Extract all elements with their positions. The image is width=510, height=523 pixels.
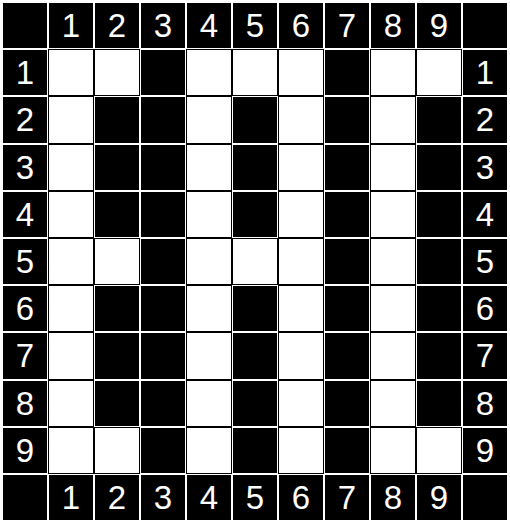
- col-label-bottom-7: 7: [324, 474, 370, 521]
- cell-r3c2-black: [94, 144, 140, 191]
- cell-r2c9-black: [416, 96, 462, 143]
- cell-r9c4-white[interactable]: [186, 427, 232, 474]
- cell-r2c4-white[interactable]: [186, 96, 232, 143]
- cell-r4c7-black: [324, 191, 370, 238]
- cell-r1c8-white[interactable]: [370, 49, 416, 96]
- col-label-top-5: 5: [232, 2, 278, 49]
- cell-r8c6-white[interactable]: [278, 380, 324, 427]
- cell-r5c5-white[interactable]: [232, 238, 278, 285]
- col-label-bottom-9: 9: [416, 474, 462, 521]
- row-label-right-8: 8: [462, 380, 508, 427]
- cell-r6c8-white[interactable]: [370, 285, 416, 332]
- cell-r4c1-white[interactable]: [48, 191, 94, 238]
- cell-r9c6-white[interactable]: [278, 427, 324, 474]
- cell-r9c3-black: [140, 427, 186, 474]
- cell-r5c7-black: [324, 238, 370, 285]
- cell-r8c3-black: [140, 380, 186, 427]
- cell-r4c2-black: [94, 191, 140, 238]
- col-label-bottom-5: 5: [232, 474, 278, 521]
- cell-r6c9-black: [416, 285, 462, 332]
- cell-r2c5-black: [232, 96, 278, 143]
- cell-r9c8-white[interactable]: [370, 427, 416, 474]
- cell-r5c2-white[interactable]: [94, 238, 140, 285]
- row-label-right-3: 3: [462, 144, 508, 191]
- col-label-top-1: 1: [48, 2, 94, 49]
- cell-r6c4-white[interactable]: [186, 285, 232, 332]
- cell-r8c4-white[interactable]: [186, 380, 232, 427]
- row-label-left-5: 5: [2, 238, 48, 285]
- cell-r3c3-black: [140, 144, 186, 191]
- col-label-bottom-1: 1: [48, 474, 94, 521]
- cell-r3c4-white[interactable]: [186, 144, 232, 191]
- cell-r2c7-black: [324, 96, 370, 143]
- cell-r2c2-black: [94, 96, 140, 143]
- corner-bottom-left: [2, 474, 48, 521]
- cell-r3c9-black: [416, 144, 462, 191]
- cell-r9c9-white[interactable]: [416, 427, 462, 474]
- cell-r5c1-white[interactable]: [48, 238, 94, 285]
- cell-r1c2-white[interactable]: [94, 49, 140, 96]
- row-label-left-4: 4: [2, 191, 48, 238]
- cell-r1c4-white[interactable]: [186, 49, 232, 96]
- cell-r4c9-black: [416, 191, 462, 238]
- cell-r3c8-white[interactable]: [370, 144, 416, 191]
- row-label-left-3: 3: [2, 144, 48, 191]
- corner-top-left: [2, 2, 48, 49]
- cell-r7c5-black: [232, 332, 278, 379]
- row-label-left-1: 1: [2, 49, 48, 96]
- cell-r1c3-black: [140, 49, 186, 96]
- cell-r4c8-white[interactable]: [370, 191, 416, 238]
- cell-r7c8-white[interactable]: [370, 332, 416, 379]
- row-label-right-2: 2: [462, 96, 508, 143]
- cell-r1c7-black: [324, 49, 370, 96]
- cell-r3c7-black: [324, 144, 370, 191]
- cell-r6c3-black: [140, 285, 186, 332]
- row-label-right-5: 5: [462, 238, 508, 285]
- corner-bottom-right: [462, 474, 508, 521]
- col-label-bottom-3: 3: [140, 474, 186, 521]
- cell-r7c7-black: [324, 332, 370, 379]
- cell-r5c4-white[interactable]: [186, 238, 232, 285]
- cell-r4c3-black: [140, 191, 186, 238]
- cell-r9c5-black: [232, 427, 278, 474]
- cell-r9c7-black: [324, 427, 370, 474]
- cell-r6c7-black: [324, 285, 370, 332]
- col-label-bottom-6: 6: [278, 474, 324, 521]
- cell-r7c2-black: [94, 332, 140, 379]
- row-label-left-7: 7: [2, 332, 48, 379]
- cell-r7c6-white[interactable]: [278, 332, 324, 379]
- cell-r3c1-white[interactable]: [48, 144, 94, 191]
- row-label-left-8: 8: [2, 380, 48, 427]
- col-label-bottom-8: 8: [370, 474, 416, 521]
- cell-r9c1-white[interactable]: [48, 427, 94, 474]
- cell-r2c6-white[interactable]: [278, 96, 324, 143]
- row-label-right-6: 6: [462, 285, 508, 332]
- row-label-right-7: 7: [462, 332, 508, 379]
- col-label-bottom-4: 4: [186, 474, 232, 521]
- cell-r6c1-white[interactable]: [48, 285, 94, 332]
- cell-r1c1-white[interactable]: [48, 49, 94, 96]
- cell-r2c3-black: [140, 96, 186, 143]
- row-label-right-9: 9: [462, 427, 508, 474]
- cell-r1c5-white[interactable]: [232, 49, 278, 96]
- corner-top-right: [462, 2, 508, 49]
- row-label-left-6: 6: [2, 285, 48, 332]
- row-label-right-1: 1: [462, 49, 508, 96]
- cell-r5c3-black: [140, 238, 186, 285]
- cell-r8c8-white[interactable]: [370, 380, 416, 427]
- cell-r1c6-white[interactable]: [278, 49, 324, 96]
- row-label-right-4: 4: [462, 191, 508, 238]
- cell-r9c2-white[interactable]: [94, 427, 140, 474]
- col-label-top-9: 9: [416, 2, 462, 49]
- cell-r5c6-white[interactable]: [278, 238, 324, 285]
- puzzle-board: 123456789112233445566778899123456789: [0, 0, 510, 523]
- col-label-top-8: 8: [370, 2, 416, 49]
- cell-r1c9-white[interactable]: [416, 49, 462, 96]
- cell-r5c9-black: [416, 238, 462, 285]
- cell-r3c5-black: [232, 144, 278, 191]
- cell-r5c8-white[interactable]: [370, 238, 416, 285]
- cell-r3c6-white[interactable]: [278, 144, 324, 191]
- cell-r6c6-white[interactable]: [278, 285, 324, 332]
- cell-r8c2-black: [94, 380, 140, 427]
- cell-r7c1-white[interactable]: [48, 332, 94, 379]
- cell-r6c5-black: [232, 285, 278, 332]
- col-label-top-3: 3: [140, 2, 186, 49]
- col-label-top-7: 7: [324, 2, 370, 49]
- cell-r4c6-white[interactable]: [278, 191, 324, 238]
- cell-r2c1-white[interactable]: [48, 96, 94, 143]
- row-label-left-2: 2: [2, 96, 48, 143]
- cell-r8c9-black: [416, 380, 462, 427]
- row-label-left-9: 9: [2, 427, 48, 474]
- cell-r7c9-black: [416, 332, 462, 379]
- col-label-top-2: 2: [94, 2, 140, 49]
- cell-r4c5-black: [232, 191, 278, 238]
- col-label-bottom-2: 2: [94, 474, 140, 521]
- cell-r8c7-black: [324, 380, 370, 427]
- cell-r8c5-black: [232, 380, 278, 427]
- col-label-top-4: 4: [186, 2, 232, 49]
- cell-r7c4-white[interactable]: [186, 332, 232, 379]
- cell-r8c1-white[interactable]: [48, 380, 94, 427]
- cell-r7c3-black: [140, 332, 186, 379]
- cell-r4c4-white[interactable]: [186, 191, 232, 238]
- cell-r6c2-black: [94, 285, 140, 332]
- col-label-top-6: 6: [278, 2, 324, 49]
- cell-r2c8-white[interactable]: [370, 96, 416, 143]
